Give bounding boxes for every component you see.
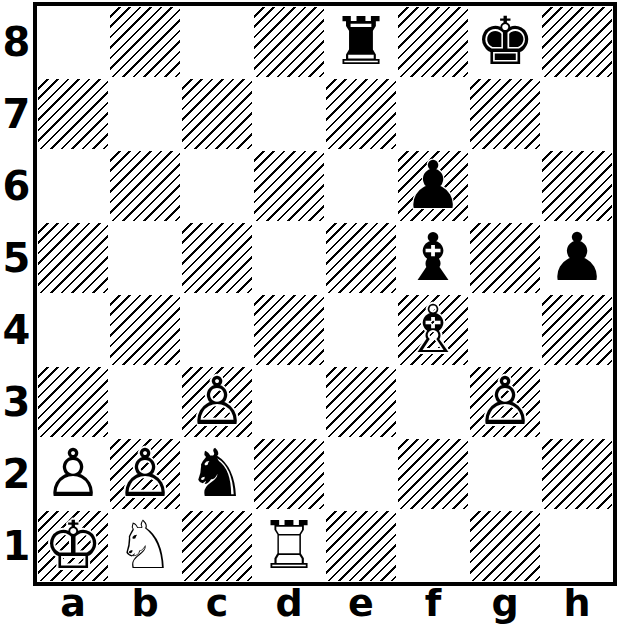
square-d3[interactable]: [253, 366, 325, 438]
square-c5[interactable]: [181, 222, 253, 294]
square-a8[interactable]: [37, 6, 109, 78]
piece-white-pawn[interactable]: ♙: [43, 438, 102, 510]
square-e7[interactable]: [325, 78, 397, 150]
piece-black-knight[interactable]: ♞: [187, 438, 246, 510]
square-g2[interactable]: [469, 438, 541, 510]
square-g7[interactable]: [469, 78, 541, 150]
square-b1[interactable]: ♘: [109, 510, 181, 582]
square-a1[interactable]: ♔: [37, 510, 109, 582]
square-h6[interactable]: [541, 150, 613, 222]
piece-white-knight[interactable]: ♘: [115, 510, 174, 582]
file-label-d: d: [253, 582, 325, 624]
square-g6[interactable]: [469, 150, 541, 222]
square-a2[interactable]: ♙: [37, 438, 109, 510]
square-d2[interactable]: [253, 438, 325, 510]
square-a7[interactable]: [37, 78, 109, 150]
square-e4[interactable]: [325, 294, 397, 366]
piece-white-pawn[interactable]: ♙: [115, 438, 174, 510]
piece-black-bishop[interactable]: ♝: [403, 222, 462, 294]
square-f8[interactable]: [397, 6, 469, 78]
square-h8[interactable]: [541, 6, 613, 78]
chess-diagram: 87654321 ♜♚♟♝♟♗♙♙♙♙♞♔♘♖ abcdefgh: [0, 0, 624, 624]
square-e2[interactable]: [325, 438, 397, 510]
piece-white-king[interactable]: ♔: [43, 510, 102, 582]
square-f1[interactable]: [397, 510, 469, 582]
rank-label-6: 6: [0, 150, 33, 222]
file-label-b: b: [109, 582, 181, 624]
rank-label-8: 8: [0, 6, 33, 78]
square-b4[interactable]: [109, 294, 181, 366]
file-label-f: f: [397, 582, 469, 624]
square-c4[interactable]: [181, 294, 253, 366]
rank-label-1: 1: [0, 510, 33, 582]
square-e6[interactable]: [325, 150, 397, 222]
file-label-a: a: [37, 582, 109, 624]
square-a5[interactable]: [37, 222, 109, 294]
file-labels: abcdefgh: [37, 582, 613, 624]
piece-black-pawn[interactable]: ♟: [403, 150, 462, 222]
square-f4[interactable]: ♗: [397, 294, 469, 366]
square-d1[interactable]: ♖: [253, 510, 325, 582]
square-c7[interactable]: [181, 78, 253, 150]
rank-labels: 87654321: [0, 6, 33, 582]
square-g1[interactable]: [469, 510, 541, 582]
square-e8[interactable]: ♜: [325, 6, 397, 78]
rank-label-7: 7: [0, 78, 33, 150]
square-g3[interactable]: ♙: [469, 366, 541, 438]
square-d8[interactable]: [253, 6, 325, 78]
square-c3[interactable]: ♙: [181, 366, 253, 438]
square-f7[interactable]: [397, 78, 469, 150]
rank-label-5: 5: [0, 222, 33, 294]
square-d7[interactable]: [253, 78, 325, 150]
square-h7[interactable]: [541, 78, 613, 150]
piece-white-pawn[interactable]: ♙: [187, 366, 246, 438]
piece-black-king[interactable]: ♚: [475, 6, 534, 78]
piece-white-rook[interactable]: ♖: [259, 510, 318, 582]
square-g8[interactable]: ♚: [469, 6, 541, 78]
square-b5[interactable]: [109, 222, 181, 294]
square-d6[interactable]: [253, 150, 325, 222]
file-label-h: h: [541, 582, 613, 624]
file-label-g: g: [469, 582, 541, 624]
rank-label-3: 3: [0, 366, 33, 438]
chess-board[interactable]: ♜♚♟♝♟♗♙♙♙♙♞♔♘♖: [33, 2, 617, 586]
square-b8[interactable]: [109, 6, 181, 78]
square-a6[interactable]: [37, 150, 109, 222]
square-h3[interactable]: [541, 366, 613, 438]
square-b7[interactable]: [109, 78, 181, 150]
piece-black-pawn[interactable]: ♟: [547, 222, 606, 294]
square-g4[interactable]: [469, 294, 541, 366]
rank-label-2: 2: [0, 438, 33, 510]
square-b2[interactable]: ♙: [109, 438, 181, 510]
square-h1[interactable]: [541, 510, 613, 582]
square-b6[interactable]: [109, 150, 181, 222]
file-label-c: c: [181, 582, 253, 624]
piece-white-pawn[interactable]: ♙: [475, 366, 534, 438]
square-c2[interactable]: ♞: [181, 438, 253, 510]
square-f6[interactable]: ♟: [397, 150, 469, 222]
piece-black-rook[interactable]: ♜: [331, 6, 390, 78]
square-h2[interactable]: [541, 438, 613, 510]
square-e1[interactable]: [325, 510, 397, 582]
rank-label-4: 4: [0, 294, 33, 366]
square-d4[interactable]: [253, 294, 325, 366]
square-g5[interactable]: [469, 222, 541, 294]
square-b3[interactable]: [109, 366, 181, 438]
square-f3[interactable]: [397, 366, 469, 438]
square-e3[interactable]: [325, 366, 397, 438]
square-c1[interactable]: [181, 510, 253, 582]
square-a3[interactable]: [37, 366, 109, 438]
square-h5[interactable]: ♟: [541, 222, 613, 294]
square-f5[interactable]: ♝: [397, 222, 469, 294]
piece-white-bishop[interactable]: ♗: [403, 294, 462, 366]
square-c6[interactable]: [181, 150, 253, 222]
square-h4[interactable]: [541, 294, 613, 366]
square-d5[interactable]: [253, 222, 325, 294]
file-label-e: e: [325, 582, 397, 624]
square-f2[interactable]: [397, 438, 469, 510]
square-c8[interactable]: [181, 6, 253, 78]
square-a4[interactable]: [37, 294, 109, 366]
square-e5[interactable]: [325, 222, 397, 294]
